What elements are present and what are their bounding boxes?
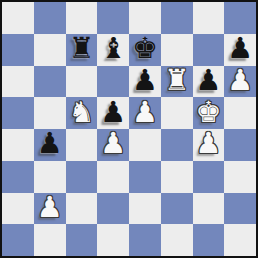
square-a3[interactable] [2, 161, 34, 193]
chess-board: ♜♝♚♟♟♜♟♟♞♟♟♚♟♟♟♟ [0, 0, 258, 258]
black-king[interactable]: ♚ [132, 34, 158, 63]
black-rook[interactable]: ♜ [68, 34, 94, 63]
square-f2[interactable] [161, 193, 193, 225]
white-rook[interactable]: ♜ [164, 66, 190, 95]
square-b2[interactable]: ♟ [34, 193, 66, 225]
white-knight[interactable]: ♞ [68, 98, 94, 127]
white-pawn[interactable]: ♟ [227, 66, 253, 95]
square-a8[interactable] [2, 2, 34, 34]
square-d4[interactable]: ♟ [97, 129, 129, 161]
black-pawn[interactable]: ♟ [100, 98, 126, 127]
square-e6[interactable]: ♟ [129, 66, 161, 98]
square-f8[interactable] [161, 2, 193, 34]
square-a4[interactable] [2, 129, 34, 161]
black-pawn[interactable]: ♟ [132, 66, 158, 95]
square-b8[interactable] [34, 2, 66, 34]
square-h5[interactable] [224, 97, 256, 129]
square-g5[interactable]: ♚ [193, 97, 225, 129]
square-c5[interactable]: ♞ [66, 97, 98, 129]
black-bishop[interactable]: ♝ [100, 34, 126, 63]
square-b4[interactable]: ♟ [34, 129, 66, 161]
white-pawn[interactable]: ♟ [132, 98, 158, 127]
square-f7[interactable] [161, 34, 193, 66]
square-c2[interactable] [66, 193, 98, 225]
square-b3[interactable] [34, 161, 66, 193]
square-g2[interactable] [193, 193, 225, 225]
square-b7[interactable] [34, 34, 66, 66]
black-pawn[interactable]: ♟ [195, 66, 221, 95]
square-d6[interactable] [97, 66, 129, 98]
square-c6[interactable] [66, 66, 98, 98]
square-g3[interactable] [193, 161, 225, 193]
square-d1[interactable] [97, 224, 129, 256]
white-pawn[interactable]: ♟ [100, 129, 126, 158]
square-h3[interactable] [224, 161, 256, 193]
square-e2[interactable] [129, 193, 161, 225]
square-g7[interactable] [193, 34, 225, 66]
square-g8[interactable] [193, 2, 225, 34]
white-pawn[interactable]: ♟ [195, 129, 221, 158]
square-f5[interactable] [161, 97, 193, 129]
square-d2[interactable] [97, 193, 129, 225]
square-c7[interactable]: ♜ [66, 34, 98, 66]
square-a1[interactable] [2, 224, 34, 256]
square-a5[interactable] [2, 97, 34, 129]
square-a2[interactable] [2, 193, 34, 225]
square-f6[interactable]: ♜ [161, 66, 193, 98]
square-d8[interactable] [97, 2, 129, 34]
square-b6[interactable] [34, 66, 66, 98]
square-c3[interactable] [66, 161, 98, 193]
square-d7[interactable]: ♝ [97, 34, 129, 66]
square-h1[interactable] [224, 224, 256, 256]
square-e8[interactable] [129, 2, 161, 34]
square-f3[interactable] [161, 161, 193, 193]
square-e7[interactable]: ♚ [129, 34, 161, 66]
square-a7[interactable] [2, 34, 34, 66]
black-pawn[interactable]: ♟ [227, 34, 253, 63]
white-pawn[interactable]: ♟ [37, 193, 63, 222]
black-pawn[interactable]: ♟ [37, 129, 63, 158]
square-f4[interactable] [161, 129, 193, 161]
square-b1[interactable] [34, 224, 66, 256]
square-b5[interactable] [34, 97, 66, 129]
square-e3[interactable] [129, 161, 161, 193]
white-king[interactable]: ♚ [195, 98, 221, 127]
square-a6[interactable] [2, 66, 34, 98]
square-h7[interactable]: ♟ [224, 34, 256, 66]
square-h4[interactable] [224, 129, 256, 161]
square-h8[interactable] [224, 2, 256, 34]
square-h2[interactable] [224, 193, 256, 225]
square-e1[interactable] [129, 224, 161, 256]
square-e5[interactable]: ♟ [129, 97, 161, 129]
square-d3[interactable] [97, 161, 129, 193]
square-c1[interactable] [66, 224, 98, 256]
square-g1[interactable] [193, 224, 225, 256]
square-f1[interactable] [161, 224, 193, 256]
square-c8[interactable] [66, 2, 98, 34]
square-d5[interactable]: ♟ [97, 97, 129, 129]
square-g6[interactable]: ♟ [193, 66, 225, 98]
square-e4[interactable] [129, 129, 161, 161]
square-g4[interactable]: ♟ [193, 129, 225, 161]
square-c4[interactable] [66, 129, 98, 161]
square-h6[interactable]: ♟ [224, 66, 256, 98]
